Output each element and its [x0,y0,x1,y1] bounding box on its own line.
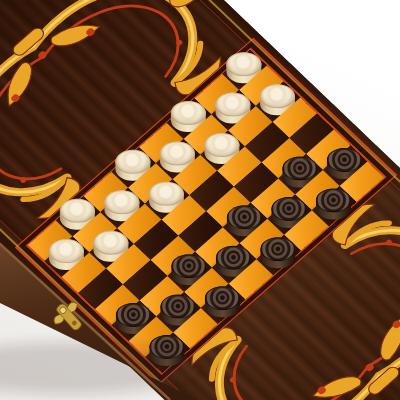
checker-top [271,197,306,221]
checker-top [260,237,295,261]
checker-top [149,335,184,359]
dark-checker[interactable] [260,237,295,271]
checker-top [171,101,206,125]
checker-top [104,190,139,214]
checker-top [115,150,150,174]
dark-checker[interactable] [149,335,184,369]
checker-top [116,303,151,327]
checker-top [204,133,239,157]
checker-top [60,198,95,222]
checker-top [327,148,362,172]
square-a1[interactable] [145,332,190,372]
checker-top [215,92,250,116]
checker-top [226,52,261,76]
checker-top [93,230,128,254]
checker-top [227,205,262,229]
checkerboard [28,50,384,373]
checker-top [282,156,317,180]
checker-top [171,254,206,278]
checker-top [205,286,240,310]
photo-scene [0,0,400,400]
dark-checker[interactable] [316,188,351,222]
game-box [0,0,400,400]
checker-top [49,239,84,263]
checker-top [316,188,351,212]
checker-top [149,182,184,206]
checker-top [216,246,251,270]
checker-top [160,141,195,165]
dark-checker[interactable] [205,286,240,320]
board-frame [15,38,398,385]
checker-top [260,84,295,108]
checker-top [160,294,195,318]
